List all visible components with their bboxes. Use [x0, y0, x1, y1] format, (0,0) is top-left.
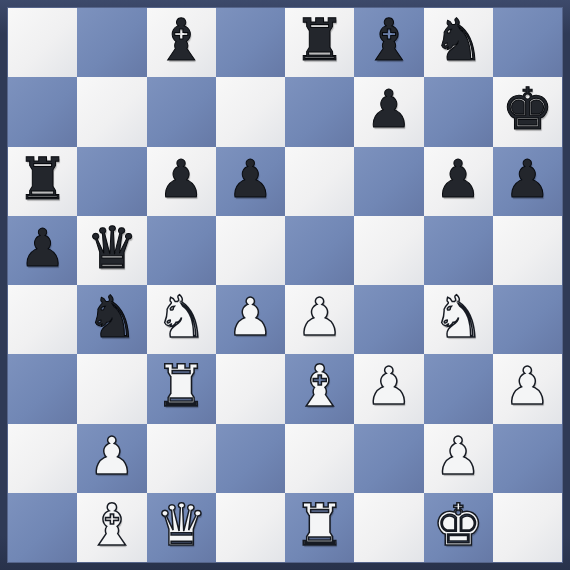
square-h7[interactable]: ♚ [493, 77, 562, 146]
square-h6[interactable]: ♟ [493, 147, 562, 216]
piece-white-pawn-g2[interactable]: ♟ [435, 424, 482, 491]
square-b7[interactable] [77, 77, 146, 146]
square-h5[interactable] [493, 216, 562, 285]
square-g2[interactable]: ♟ [424, 424, 493, 493]
piece-black-rook-e8[interactable]: ♜ [294, 8, 346, 75]
square-g7[interactable] [424, 77, 493, 146]
square-c5[interactable] [147, 216, 216, 285]
square-e3[interactable]: ♝ [285, 354, 354, 423]
square-c1[interactable]: ♛ [147, 493, 216, 562]
square-d6[interactable]: ♟ [216, 147, 285, 216]
square-f4[interactable] [354, 285, 423, 354]
square-f2[interactable] [354, 424, 423, 493]
square-e7[interactable] [285, 77, 354, 146]
piece-black-knight-g8[interactable]: ♞ [432, 8, 484, 75]
square-d3[interactable] [216, 354, 285, 423]
square-d2[interactable] [216, 424, 285, 493]
piece-black-bishop-c8[interactable]: ♝ [155, 8, 207, 75]
square-h8[interactable] [493, 8, 562, 77]
square-e1[interactable]: ♜ [285, 493, 354, 562]
square-d7[interactable] [216, 77, 285, 146]
square-a8[interactable] [8, 8, 77, 77]
piece-white-queen-c1[interactable]: ♛ [155, 493, 207, 560]
square-c8[interactable]: ♝ [147, 8, 216, 77]
square-g4[interactable]: ♞ [424, 285, 493, 354]
piece-black-knight-b4[interactable]: ♞ [86, 285, 138, 352]
square-g1[interactable]: ♚ [424, 493, 493, 562]
square-h2[interactable] [493, 424, 562, 493]
square-a5[interactable]: ♟ [8, 216, 77, 285]
square-f7[interactable]: ♟ [354, 77, 423, 146]
piece-white-knight-c4[interactable]: ♞ [155, 285, 207, 352]
square-c3[interactable]: ♜ [147, 354, 216, 423]
chess-board-frame: ♝♜♝♞♟♚♜♟♟♟♟♟♛♞♞♟♟♞♜♝♟♟♟♟♝♛♜♚ [0, 0, 570, 570]
square-c6[interactable]: ♟ [147, 147, 216, 216]
square-e5[interactable] [285, 216, 354, 285]
square-d8[interactable] [216, 8, 285, 77]
square-g6[interactable]: ♟ [424, 147, 493, 216]
square-b5[interactable]: ♛ [77, 216, 146, 285]
square-h4[interactable] [493, 285, 562, 354]
square-b4[interactable]: ♞ [77, 285, 146, 354]
square-b8[interactable] [77, 8, 146, 77]
square-b6[interactable] [77, 147, 146, 216]
piece-black-bishop-f8[interactable]: ♝ [363, 8, 415, 75]
square-h1[interactable] [493, 493, 562, 562]
piece-white-pawn-e4[interactable]: ♟ [296, 285, 343, 352]
square-b3[interactable] [77, 354, 146, 423]
square-f6[interactable] [354, 147, 423, 216]
square-a1[interactable] [8, 493, 77, 562]
chess-board: ♝♜♝♞♟♚♜♟♟♟♟♟♛♞♞♟♟♞♜♝♟♟♟♟♝♛♜♚ [8, 8, 562, 562]
piece-white-bishop-e3[interactable]: ♝ [294, 354, 346, 421]
piece-white-pawn-d4[interactable]: ♟ [227, 285, 274, 352]
square-d5[interactable] [216, 216, 285, 285]
square-d1[interactable] [216, 493, 285, 562]
square-e8[interactable]: ♜ [285, 8, 354, 77]
square-a7[interactable] [8, 77, 77, 146]
piece-black-pawn-f7[interactable]: ♟ [366, 77, 413, 144]
square-a2[interactable] [8, 424, 77, 493]
piece-black-pawn-d6[interactable]: ♟ [227, 147, 274, 214]
square-g3[interactable] [424, 354, 493, 423]
square-b2[interactable]: ♟ [77, 424, 146, 493]
piece-black-queen-b5[interactable]: ♛ [86, 216, 138, 283]
square-c4[interactable]: ♞ [147, 285, 216, 354]
square-a6[interactable]: ♜ [8, 147, 77, 216]
piece-white-king-g1[interactable]: ♚ [432, 493, 484, 560]
square-f1[interactable] [354, 493, 423, 562]
square-h3[interactable]: ♟ [493, 354, 562, 423]
square-g5[interactable] [424, 216, 493, 285]
square-g8[interactable]: ♞ [424, 8, 493, 77]
piece-white-rook-e1[interactable]: ♜ [294, 493, 346, 560]
square-c7[interactable] [147, 77, 216, 146]
square-f8[interactable]: ♝ [354, 8, 423, 77]
square-d4[interactable]: ♟ [216, 285, 285, 354]
square-e4[interactable]: ♟ [285, 285, 354, 354]
square-a4[interactable] [8, 285, 77, 354]
square-c2[interactable] [147, 424, 216, 493]
piece-white-bishop-b1[interactable]: ♝ [86, 493, 138, 560]
square-e6[interactable] [285, 147, 354, 216]
square-a3[interactable] [8, 354, 77, 423]
square-b1[interactable]: ♝ [77, 493, 146, 562]
piece-black-pawn-g6[interactable]: ♟ [435, 147, 482, 214]
piece-black-pawn-h6[interactable]: ♟ [504, 147, 551, 214]
square-f3[interactable]: ♟ [354, 354, 423, 423]
piece-white-rook-c3[interactable]: ♜ [155, 354, 207, 421]
piece-black-pawn-a5[interactable]: ♟ [19, 216, 66, 283]
piece-black-pawn-c6[interactable]: ♟ [158, 147, 205, 214]
piece-white-pawn-b2[interactable]: ♟ [89, 424, 136, 491]
square-f5[interactable] [354, 216, 423, 285]
square-e2[interactable] [285, 424, 354, 493]
piece-white-pawn-f3[interactable]: ♟ [366, 354, 413, 421]
piece-white-knight-g4[interactable]: ♞ [432, 285, 484, 352]
piece-white-pawn-h3[interactable]: ♟ [504, 354, 551, 421]
piece-black-king-h7[interactable]: ♚ [501, 77, 553, 144]
piece-black-rook-a6[interactable]: ♜ [17, 147, 69, 214]
